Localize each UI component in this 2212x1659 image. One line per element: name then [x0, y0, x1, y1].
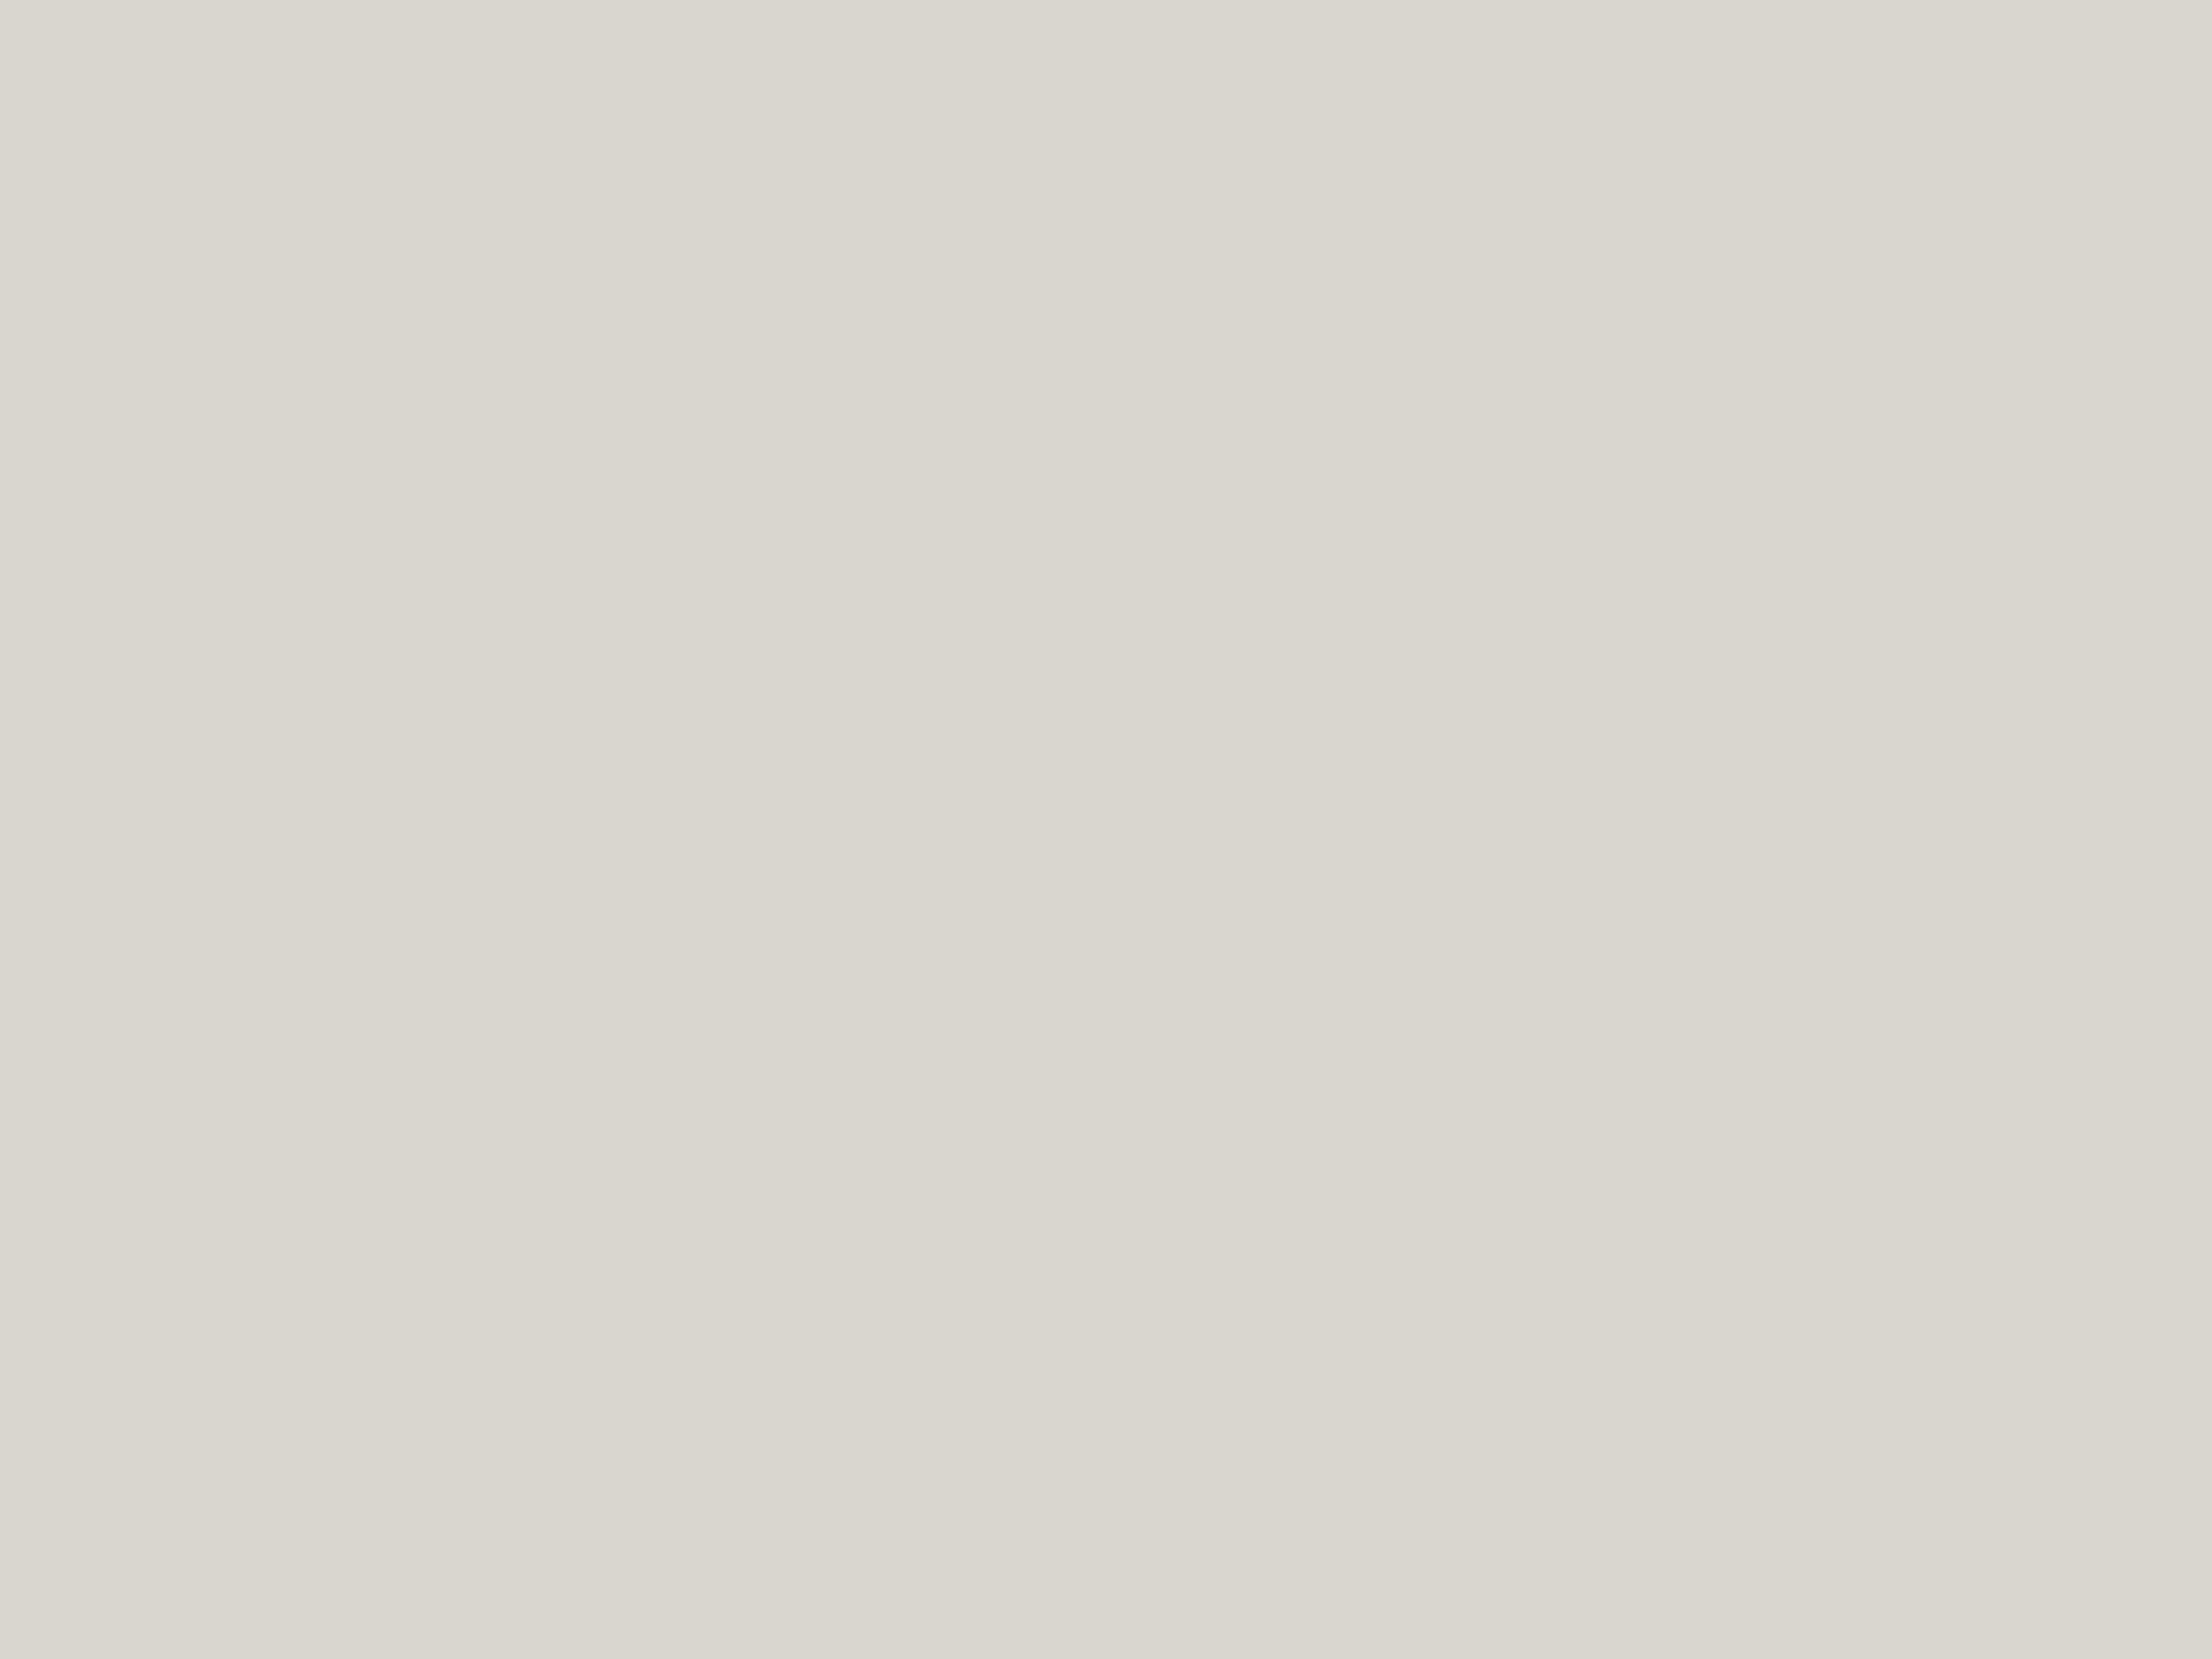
resin-mold-photo: [0, 0, 2212, 1659]
photo-scene: [0, 0, 2212, 1659]
